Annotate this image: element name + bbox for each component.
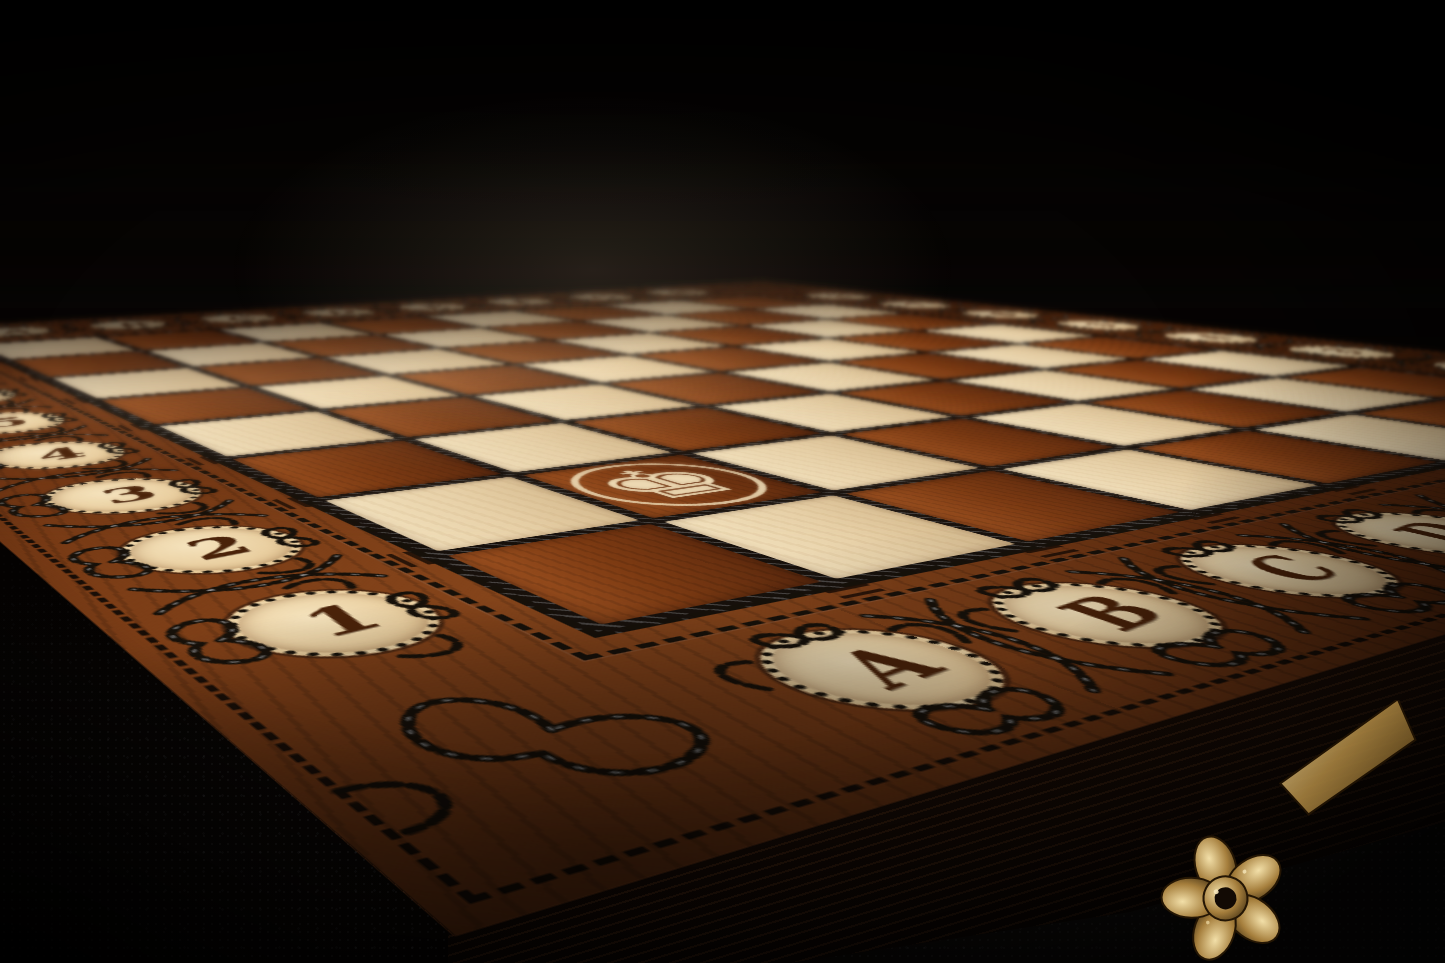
clasp-rosette [1143, 818, 1309, 963]
brass-clasp [1040, 700, 1440, 963]
clasp-plate [1267, 700, 1427, 820]
clasp-group [1120, 700, 1440, 963]
photo-stage: ♚AA88BB77CC66DD55EE44FF33GG22HH11 [0, 0, 1445, 963]
king-emblem-glyph: ♚ [557, 461, 779, 509]
